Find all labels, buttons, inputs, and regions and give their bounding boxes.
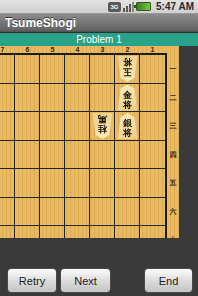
rank-label: 七: [167, 226, 179, 238]
rank-label: 三: [167, 112, 179, 141]
board-square[interactable]: [115, 226, 140, 238]
rank-labels-column: 一二三四五六七八九: [167, 55, 179, 238]
board-square[interactable]: [0, 226, 15, 238]
clock-text: 5:47 AM: [156, 1, 194, 12]
board-square[interactable]: [15, 198, 40, 227]
board-square[interactable]: [0, 112, 15, 141]
board-square[interactable]: [90, 141, 115, 170]
board-square[interactable]: [140, 112, 165, 141]
board-square[interactable]: [0, 141, 15, 170]
board-viewport: 987654321 一二三四五六七八九 玉将金将桂馬銀将: [0, 46, 198, 238]
file-label: 2: [115, 46, 140, 53]
board-square[interactable]: [140, 55, 165, 84]
board-square[interactable]: [0, 169, 15, 198]
board-square[interactable]: [15, 169, 40, 198]
board-square[interactable]: [40, 55, 65, 84]
file-label: 7: [0, 46, 15, 53]
board-square[interactable]: [15, 226, 40, 238]
rank-label: 六: [167, 198, 179, 227]
title-bar: TsumeShogi: [0, 14, 198, 33]
board-square[interactable]: [65, 169, 90, 198]
board-square[interactable]: [65, 112, 90, 141]
problem-banner: Problem 1: [0, 33, 198, 46]
board-square[interactable]: [0, 198, 15, 227]
rank-label: 四: [167, 141, 179, 170]
piece-kanji: 馬: [92, 114, 113, 124]
piece-kanji: 将: [117, 100, 138, 110]
status-bar: 3G 5:47 AM: [0, 0, 198, 14]
board-square[interactable]: [40, 169, 65, 198]
board-square[interactable]: [140, 141, 165, 170]
board-square[interactable]: [0, 84, 15, 113]
board-square[interactable]: [40, 198, 65, 227]
board-square[interactable]: [65, 226, 90, 238]
file-label: 1: [140, 46, 165, 53]
board-square[interactable]: [15, 84, 40, 113]
board-square[interactable]: [140, 226, 165, 238]
board-square[interactable]: [90, 55, 115, 84]
board-square[interactable]: [90, 226, 115, 238]
file-label: 3: [90, 46, 115, 53]
rank-label: 一: [167, 55, 179, 84]
board-square[interactable]: [115, 198, 140, 227]
board-square[interactable]: [0, 55, 15, 84]
board-square[interactable]: [65, 55, 90, 84]
button-bar: Retry Next End: [0, 238, 198, 296]
file-label: 5: [40, 46, 65, 53]
board-square[interactable]: [40, 84, 65, 113]
shogi-board[interactable]: 987654321 一二三四五六七八九 玉将金将桂馬銀将: [0, 46, 179, 238]
board-grid: [0, 53, 167, 238]
rank-label: 五: [167, 169, 179, 198]
board-square[interactable]: [90, 169, 115, 198]
board-square[interactable]: [65, 141, 90, 170]
board-square[interactable]: [15, 112, 40, 141]
file-label: 6: [15, 46, 40, 53]
board-square[interactable]: [40, 112, 65, 141]
board-square[interactable]: [65, 198, 90, 227]
board-square[interactable]: [115, 141, 140, 170]
app-screen: 3G 5:47 AM TsumeShogi Problem 1 98765432…: [0, 0, 198, 296]
board-square[interactable]: [140, 169, 165, 198]
file-labels-row: 987654321: [0, 46, 179, 53]
board-square[interactable]: [15, 55, 40, 84]
rank-label: 二: [167, 84, 179, 113]
board-square[interactable]: [90, 84, 115, 113]
problem-label: Problem 1: [76, 34, 122, 45]
board-square[interactable]: [65, 84, 90, 113]
file-label: 4: [65, 46, 90, 53]
retry-button[interactable]: Retry: [7, 268, 57, 293]
piece-kanji: 将: [117, 57, 138, 67]
piece-kanji: 将: [117, 128, 138, 138]
signal-strength-icon: [123, 2, 134, 12]
next-button[interactable]: Next: [60, 268, 111, 293]
end-button[interactable]: End: [144, 268, 193, 293]
board-square[interactable]: [140, 84, 165, 113]
board-square[interactable]: [15, 141, 40, 170]
mobile-data-3g-icon: 3G: [108, 2, 121, 12]
board-square[interactable]: [140, 198, 165, 227]
board-square[interactable]: [90, 198, 115, 227]
board-square[interactable]: [40, 226, 65, 238]
app-title: TsumeShogi: [5, 16, 76, 30]
battery-icon: [136, 2, 151, 11]
board-square[interactable]: [115, 169, 140, 198]
board-square[interactable]: [40, 141, 65, 170]
